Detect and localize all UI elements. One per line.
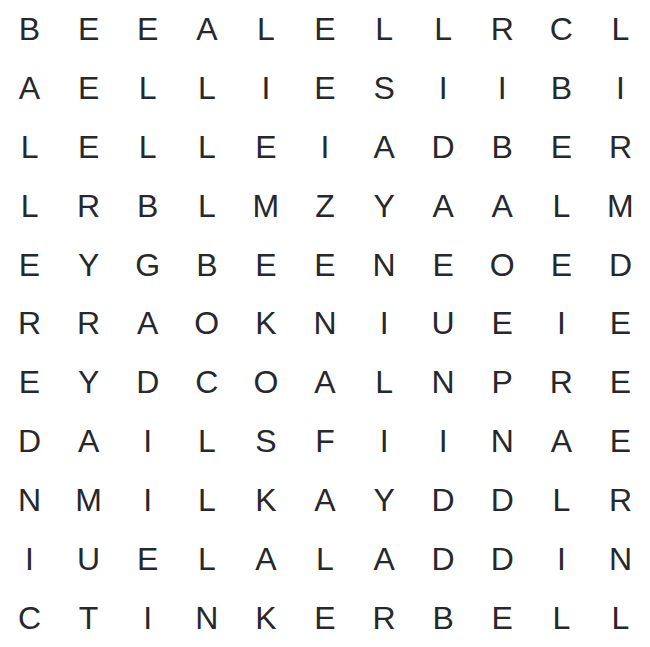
grid-cell[interactable]: O <box>473 235 532 294</box>
grid-cell[interactable]: A <box>295 471 354 530</box>
grid-cell[interactable]: D <box>414 529 473 588</box>
grid-cell[interactable]: A <box>532 412 591 471</box>
grid-cell[interactable]: B <box>177 235 236 294</box>
grid-cell[interactable]: L <box>591 588 650 647</box>
grid-cell[interactable]: L <box>177 471 236 530</box>
grid-cell[interactable]: A <box>59 412 118 471</box>
grid-cell[interactable]: A <box>473 176 532 235</box>
grid-cell[interactable]: D <box>414 118 473 177</box>
grid-cell[interactable]: L <box>236 0 295 59</box>
grid-cell[interactable]: B <box>532 59 591 118</box>
grid-cell[interactable]: E <box>118 0 177 59</box>
grid-cell[interactable]: U <box>59 529 118 588</box>
grid-cell[interactable]: D <box>118 353 177 412</box>
grid-cell[interactable]: I <box>355 294 414 353</box>
grid-cell[interactable]: L <box>591 0 650 59</box>
grid-cell[interactable]: E <box>473 588 532 647</box>
grid-cell[interactable]: N <box>177 588 236 647</box>
grid-cell[interactable]: I <box>0 529 59 588</box>
grid-cell[interactable]: R <box>473 0 532 59</box>
grid-cell[interactable]: L <box>177 59 236 118</box>
grid-cell[interactable]: C <box>177 353 236 412</box>
grid-cell[interactable]: A <box>118 294 177 353</box>
grid-cell[interactable]: R <box>355 588 414 647</box>
grid-cell[interactable]: K <box>236 471 295 530</box>
grid-cell[interactable]: I <box>414 412 473 471</box>
grid-cell[interactable]: E <box>118 529 177 588</box>
grid-cell[interactable]: N <box>295 294 354 353</box>
grid-cell[interactable]: L <box>118 118 177 177</box>
grid-cell[interactable]: E <box>236 235 295 294</box>
grid-cell[interactable]: I <box>414 59 473 118</box>
grid-cell[interactable]: M <box>59 471 118 530</box>
grid-cell[interactable]: D <box>0 412 59 471</box>
grid-cell[interactable]: U <box>414 294 473 353</box>
grid-cell[interactable]: D <box>591 235 650 294</box>
grid-cell[interactable]: E <box>0 235 59 294</box>
grid-cell[interactable]: A <box>414 176 473 235</box>
grid-cell[interactable]: N <box>0 471 59 530</box>
grid-cell[interactable]: L <box>177 176 236 235</box>
grid-cell[interactable]: E <box>532 235 591 294</box>
grid-cell[interactable]: E <box>591 294 650 353</box>
grid-cell[interactable]: I <box>532 294 591 353</box>
grid-cell[interactable]: A <box>236 529 295 588</box>
grid-cell[interactable]: D <box>473 471 532 530</box>
grid-cell[interactable]: E <box>295 0 354 59</box>
grid-cell[interactable]: L <box>177 529 236 588</box>
grid-cell[interactable]: I <box>532 529 591 588</box>
grid-cell[interactable]: M <box>236 176 295 235</box>
grid-cell[interactable]: E <box>473 294 532 353</box>
grid-cell[interactable]: R <box>59 294 118 353</box>
grid-cell[interactable]: R <box>59 176 118 235</box>
grid-cell[interactable]: E <box>532 118 591 177</box>
grid-cell[interactable]: K <box>236 294 295 353</box>
grid-cell[interactable]: I <box>473 59 532 118</box>
grid-cell[interactable]: L <box>177 118 236 177</box>
grid-cell[interactable]: L <box>0 176 59 235</box>
grid-cell[interactable]: D <box>414 471 473 530</box>
grid-cell[interactable]: L <box>118 59 177 118</box>
grid-cell[interactable]: A <box>177 0 236 59</box>
grid-cell[interactable]: R <box>591 118 650 177</box>
grid-cell[interactable]: L <box>295 529 354 588</box>
grid-cell[interactable]: A <box>295 353 354 412</box>
grid-cell[interactable]: I <box>295 118 354 177</box>
grid-cell[interactable]: B <box>118 176 177 235</box>
grid-cell[interactable]: E <box>295 235 354 294</box>
grid-cell[interactable]: E <box>59 118 118 177</box>
grid-cell[interactable]: L <box>355 0 414 59</box>
grid-cell[interactable]: Z <box>295 176 354 235</box>
grid-cell[interactable]: I <box>591 59 650 118</box>
grid-cell[interactable]: M <box>591 176 650 235</box>
grid-cell[interactable]: C <box>0 588 59 647</box>
grid-cell[interactable]: B <box>414 588 473 647</box>
grid-cell[interactable]: N <box>355 235 414 294</box>
grid-cell[interactable]: P <box>473 353 532 412</box>
word-search-grid: BEEALELLRCLAELLIESIIBILELLEIADBERLRBLMZY… <box>0 0 650 647</box>
grid-cell[interactable]: L <box>355 353 414 412</box>
grid-cell[interactable]: R <box>532 353 591 412</box>
grid-cell[interactable]: L <box>532 588 591 647</box>
grid-cell[interactable]: Y <box>59 353 118 412</box>
grid-cell[interactable]: E <box>591 353 650 412</box>
grid-cell[interactable]: L <box>414 0 473 59</box>
grid-cell[interactable]: E <box>59 59 118 118</box>
grid-cell[interactable]: C <box>532 0 591 59</box>
grid-cell[interactable]: I <box>118 588 177 647</box>
grid-cell[interactable]: R <box>0 294 59 353</box>
grid-cell[interactable]: S <box>236 412 295 471</box>
grid-cell[interactable]: L <box>532 176 591 235</box>
grid-cell[interactable]: K <box>236 588 295 647</box>
grid-cell[interactable]: T <box>59 588 118 647</box>
grid-cell[interactable]: Y <box>355 176 414 235</box>
grid-cell[interactable]: I <box>118 471 177 530</box>
grid-cell[interactable]: E <box>295 588 354 647</box>
grid-cell[interactable]: E <box>591 412 650 471</box>
grid-cell[interactable]: N <box>591 529 650 588</box>
grid-cell[interactable]: S <box>355 59 414 118</box>
grid-cell[interactable]: A <box>355 118 414 177</box>
grid-cell[interactable]: E <box>414 235 473 294</box>
grid-cell[interactable]: I <box>236 59 295 118</box>
grid-cell[interactable]: N <box>414 353 473 412</box>
grid-cell[interactable]: Y <box>59 235 118 294</box>
grid-cell[interactable]: L <box>177 412 236 471</box>
grid-cell[interactable]: Y <box>355 471 414 530</box>
grid-cell[interactable]: O <box>177 294 236 353</box>
grid-cell[interactable]: E <box>236 118 295 177</box>
grid-cell[interactable]: F <box>295 412 354 471</box>
grid-cell[interactable]: D <box>473 529 532 588</box>
grid-cell[interactable]: O <box>236 353 295 412</box>
grid-cell[interactable]: I <box>118 412 177 471</box>
grid-cell[interactable]: E <box>0 353 59 412</box>
grid-cell[interactable]: A <box>355 529 414 588</box>
grid-cell[interactable]: E <box>295 59 354 118</box>
grid-cell[interactable]: L <box>532 471 591 530</box>
grid-cell[interactable]: B <box>473 118 532 177</box>
grid-cell[interactable]: N <box>473 412 532 471</box>
grid-cell[interactable]: B <box>0 0 59 59</box>
grid-cell[interactable]: G <box>118 235 177 294</box>
grid-cell[interactable]: A <box>0 59 59 118</box>
grid-cell[interactable]: E <box>59 0 118 59</box>
grid-cell[interactable]: L <box>0 118 59 177</box>
grid-cell[interactable]: R <box>591 471 650 530</box>
grid-cell[interactable]: I <box>355 412 414 471</box>
